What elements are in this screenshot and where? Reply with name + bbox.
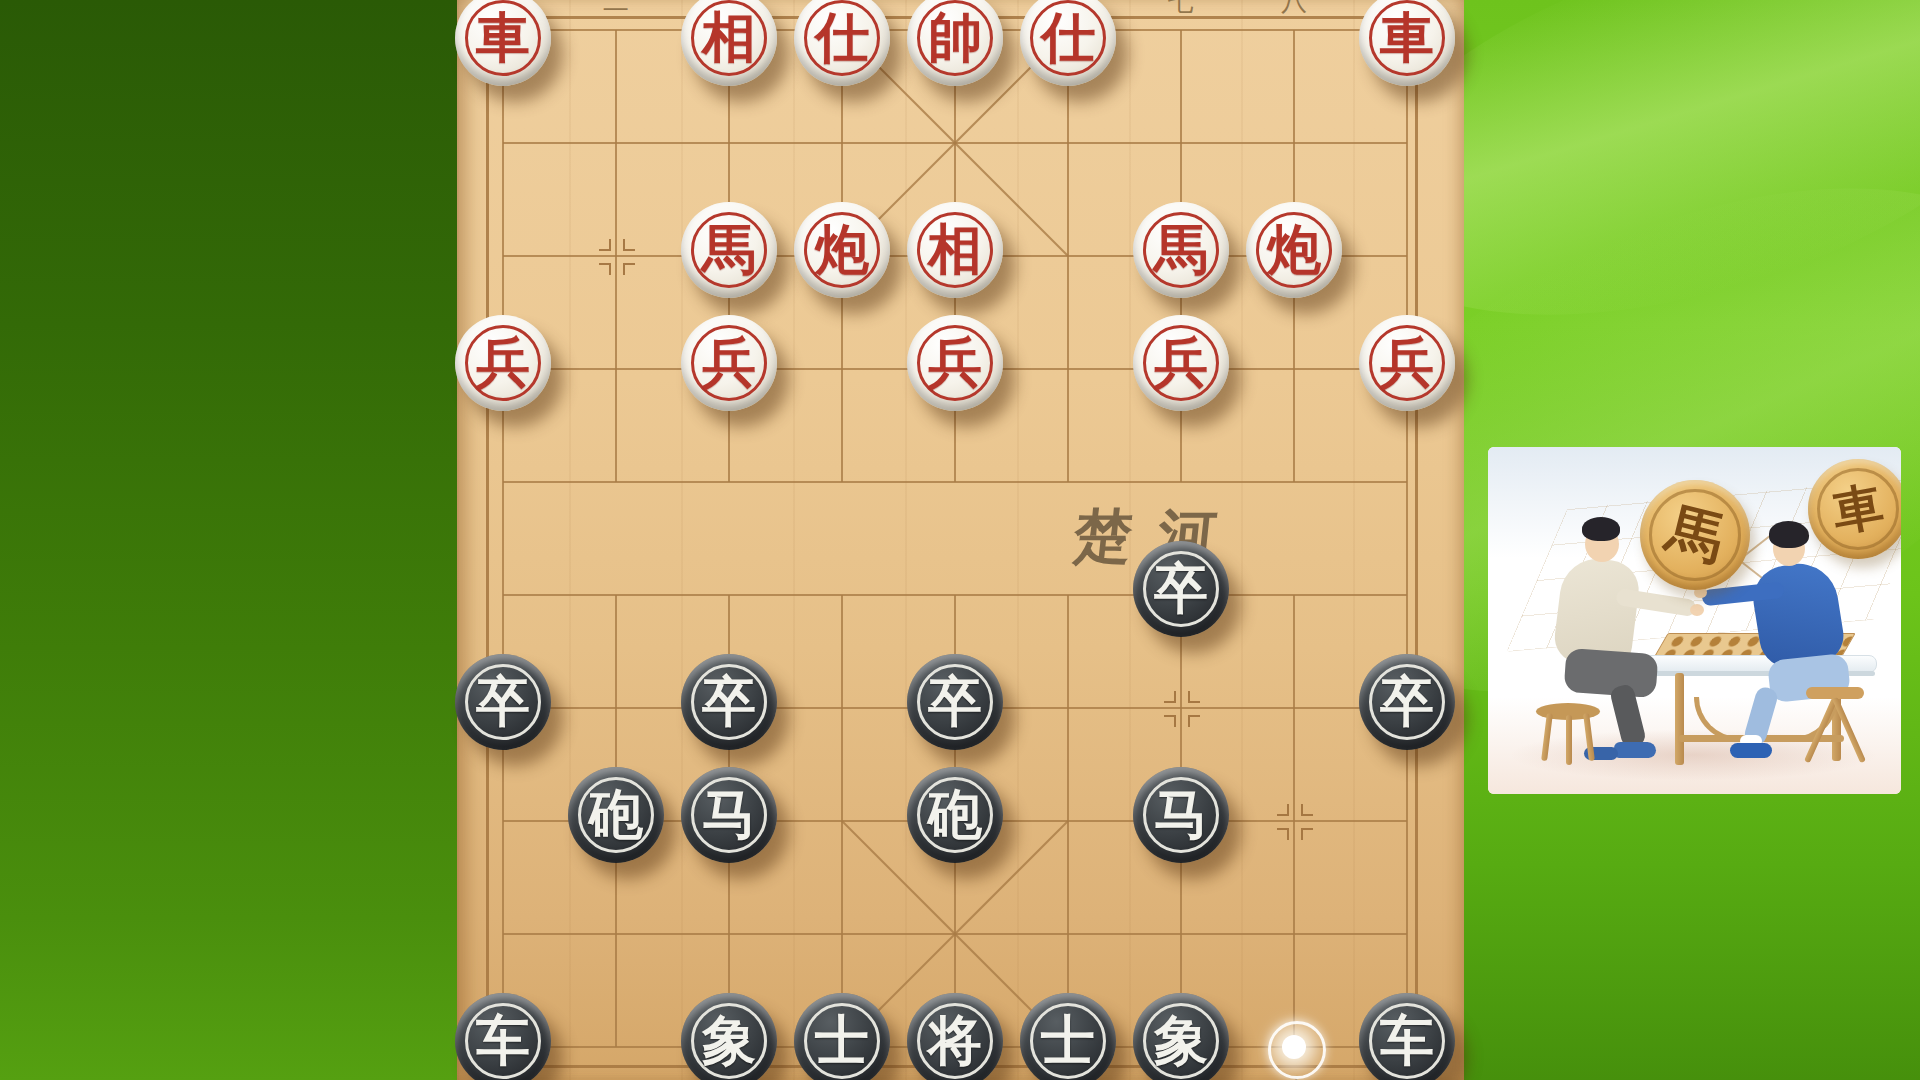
- grid-vline: [502, 30, 504, 1047]
- piece-character: 仕: [815, 11, 869, 65]
- file-label-bottom: 二: [596, 1072, 636, 1080]
- red-horse[interactable]: 馬: [681, 202, 777, 298]
- piece-character: 卒: [928, 675, 982, 729]
- piece-character: 卒: [702, 675, 756, 729]
- black-soldier[interactable]: 卒: [907, 654, 1003, 750]
- illustration-table-leg: [1675, 673, 1684, 765]
- black-horse[interactable]: 马: [1133, 767, 1229, 863]
- position-marker: [1188, 691, 1200, 703]
- red-elephant[interactable]: 相: [907, 202, 1003, 298]
- red-soldier[interactable]: 兵: [455, 315, 551, 411]
- position-marker: [623, 263, 635, 275]
- black-horse[interactable]: 马: [681, 767, 777, 863]
- red-chariot[interactable]: 車: [1359, 0, 1455, 86]
- piece-character: 车: [1380, 1014, 1434, 1068]
- file-label-top: 二: [596, 0, 636, 19]
- piece-character: 炮: [1267, 223, 1321, 277]
- piece-character: 车: [476, 1014, 530, 1068]
- black-chariot[interactable]: 车: [1359, 993, 1455, 1080]
- piece-character: 象: [702, 1014, 756, 1068]
- man-hand: [1690, 604, 1704, 616]
- black-general[interactable]: 将: [907, 993, 1003, 1080]
- black-elephant[interactable]: 象: [1133, 993, 1229, 1080]
- piece-character: 卒: [476, 675, 530, 729]
- piece-character: 马: [1154, 788, 1208, 842]
- piece-character: 马: [702, 788, 756, 842]
- boy-sandal: [1730, 743, 1772, 758]
- position-marker: [599, 239, 611, 251]
- piece-character: 兵: [928, 336, 982, 390]
- black-advisor[interactable]: 士: [1020, 993, 1116, 1080]
- red-soldier[interactable]: 兵: [681, 315, 777, 411]
- floating-wooden-piece-horse: 馬: [1640, 480, 1750, 590]
- black-cannon[interactable]: 砲: [907, 767, 1003, 863]
- man-shoe: [1614, 742, 1656, 758]
- red-cannon[interactable]: 炮: [1246, 202, 1342, 298]
- black-soldier[interactable]: 卒: [1133, 541, 1229, 637]
- piece-character: 士: [1041, 1014, 1095, 1068]
- grid-vline: [1406, 30, 1408, 1047]
- position-marker: [1164, 691, 1176, 703]
- piece-character: 砲: [589, 788, 643, 842]
- position-marker: [1277, 804, 1289, 816]
- floating-wooden-piece-chariot: 車: [1808, 459, 1901, 559]
- black-soldier[interactable]: 卒: [455, 654, 551, 750]
- piece-character: 帥: [928, 11, 982, 65]
- boy-hair: [1769, 521, 1809, 548]
- position-marker: [623, 239, 635, 251]
- position-marker: [1301, 804, 1313, 816]
- piece-character: 将: [928, 1014, 982, 1068]
- piece-character: 兵: [1154, 336, 1208, 390]
- file-label-top: 八: [1274, 0, 1314, 19]
- position-marker: [599, 263, 611, 275]
- red-soldier[interactable]: 兵: [1359, 315, 1455, 411]
- background-left-green: [0, 0, 460, 1080]
- black-chariot[interactable]: 车: [455, 993, 551, 1080]
- red-soldier[interactable]: 兵: [1133, 315, 1229, 411]
- piece-character: 卒: [1154, 562, 1208, 616]
- xiangqi-board[interactable]: 一二三四五六七八九一二三四五六七八九 楚河 漢界 車相仕帥仕車馬炮相馬炮兵兵兵兵…: [457, 0, 1464, 1080]
- file-label-top: 七: [1161, 0, 1201, 19]
- piece-character: 兵: [1380, 336, 1434, 390]
- piece-character: 車: [1380, 11, 1434, 65]
- piece-character: 仕: [1041, 11, 1095, 65]
- black-advisor[interactable]: 士: [794, 993, 890, 1080]
- piece-character: 車: [476, 11, 530, 65]
- piece-character: 士: [815, 1014, 869, 1068]
- piece-character: 卒: [1380, 675, 1434, 729]
- position-marker: [1277, 828, 1289, 840]
- piece-character: 相: [928, 223, 982, 277]
- piece-character: 炮: [815, 223, 869, 277]
- illustration-card: 馬 車: [1488, 447, 1901, 794]
- man-stool-leg: [1566, 715, 1572, 765]
- position-marker: [1301, 828, 1313, 840]
- black-cannon[interactable]: 砲: [568, 767, 664, 863]
- man-hair: [1582, 517, 1620, 541]
- grid-vline: [1293, 595, 1295, 1047]
- board-outer-border: [486, 16, 1418, 1068]
- xiangqi-app-screen: 一二三四五六七八九一二三四五六七八九 楚河 漢界 車相仕帥仕車馬炮相馬炮兵兵兵兵…: [0, 0, 1920, 1080]
- piece-character: 相: [702, 11, 756, 65]
- black-soldier[interactable]: 卒: [1359, 654, 1455, 750]
- move-highlight-orb: [1268, 1021, 1326, 1079]
- red-cannon[interactable]: 炮: [794, 202, 890, 298]
- grid-vline: [615, 30, 617, 482]
- red-soldier[interactable]: 兵: [907, 315, 1003, 411]
- piece-character: 象: [1154, 1014, 1208, 1068]
- black-elephant[interactable]: 象: [681, 993, 777, 1080]
- black-soldier[interactable]: 卒: [681, 654, 777, 750]
- piece-character: 兵: [476, 336, 530, 390]
- piece-character: 馬: [1154, 223, 1208, 277]
- piece-character: 砲: [928, 788, 982, 842]
- position-marker: [1188, 715, 1200, 727]
- grid-vline: [1067, 30, 1069, 482]
- red-horse[interactable]: 馬: [1133, 202, 1229, 298]
- position-marker: [1164, 715, 1176, 727]
- piece-character: 馬: [702, 223, 756, 277]
- piece-character: 兵: [702, 336, 756, 390]
